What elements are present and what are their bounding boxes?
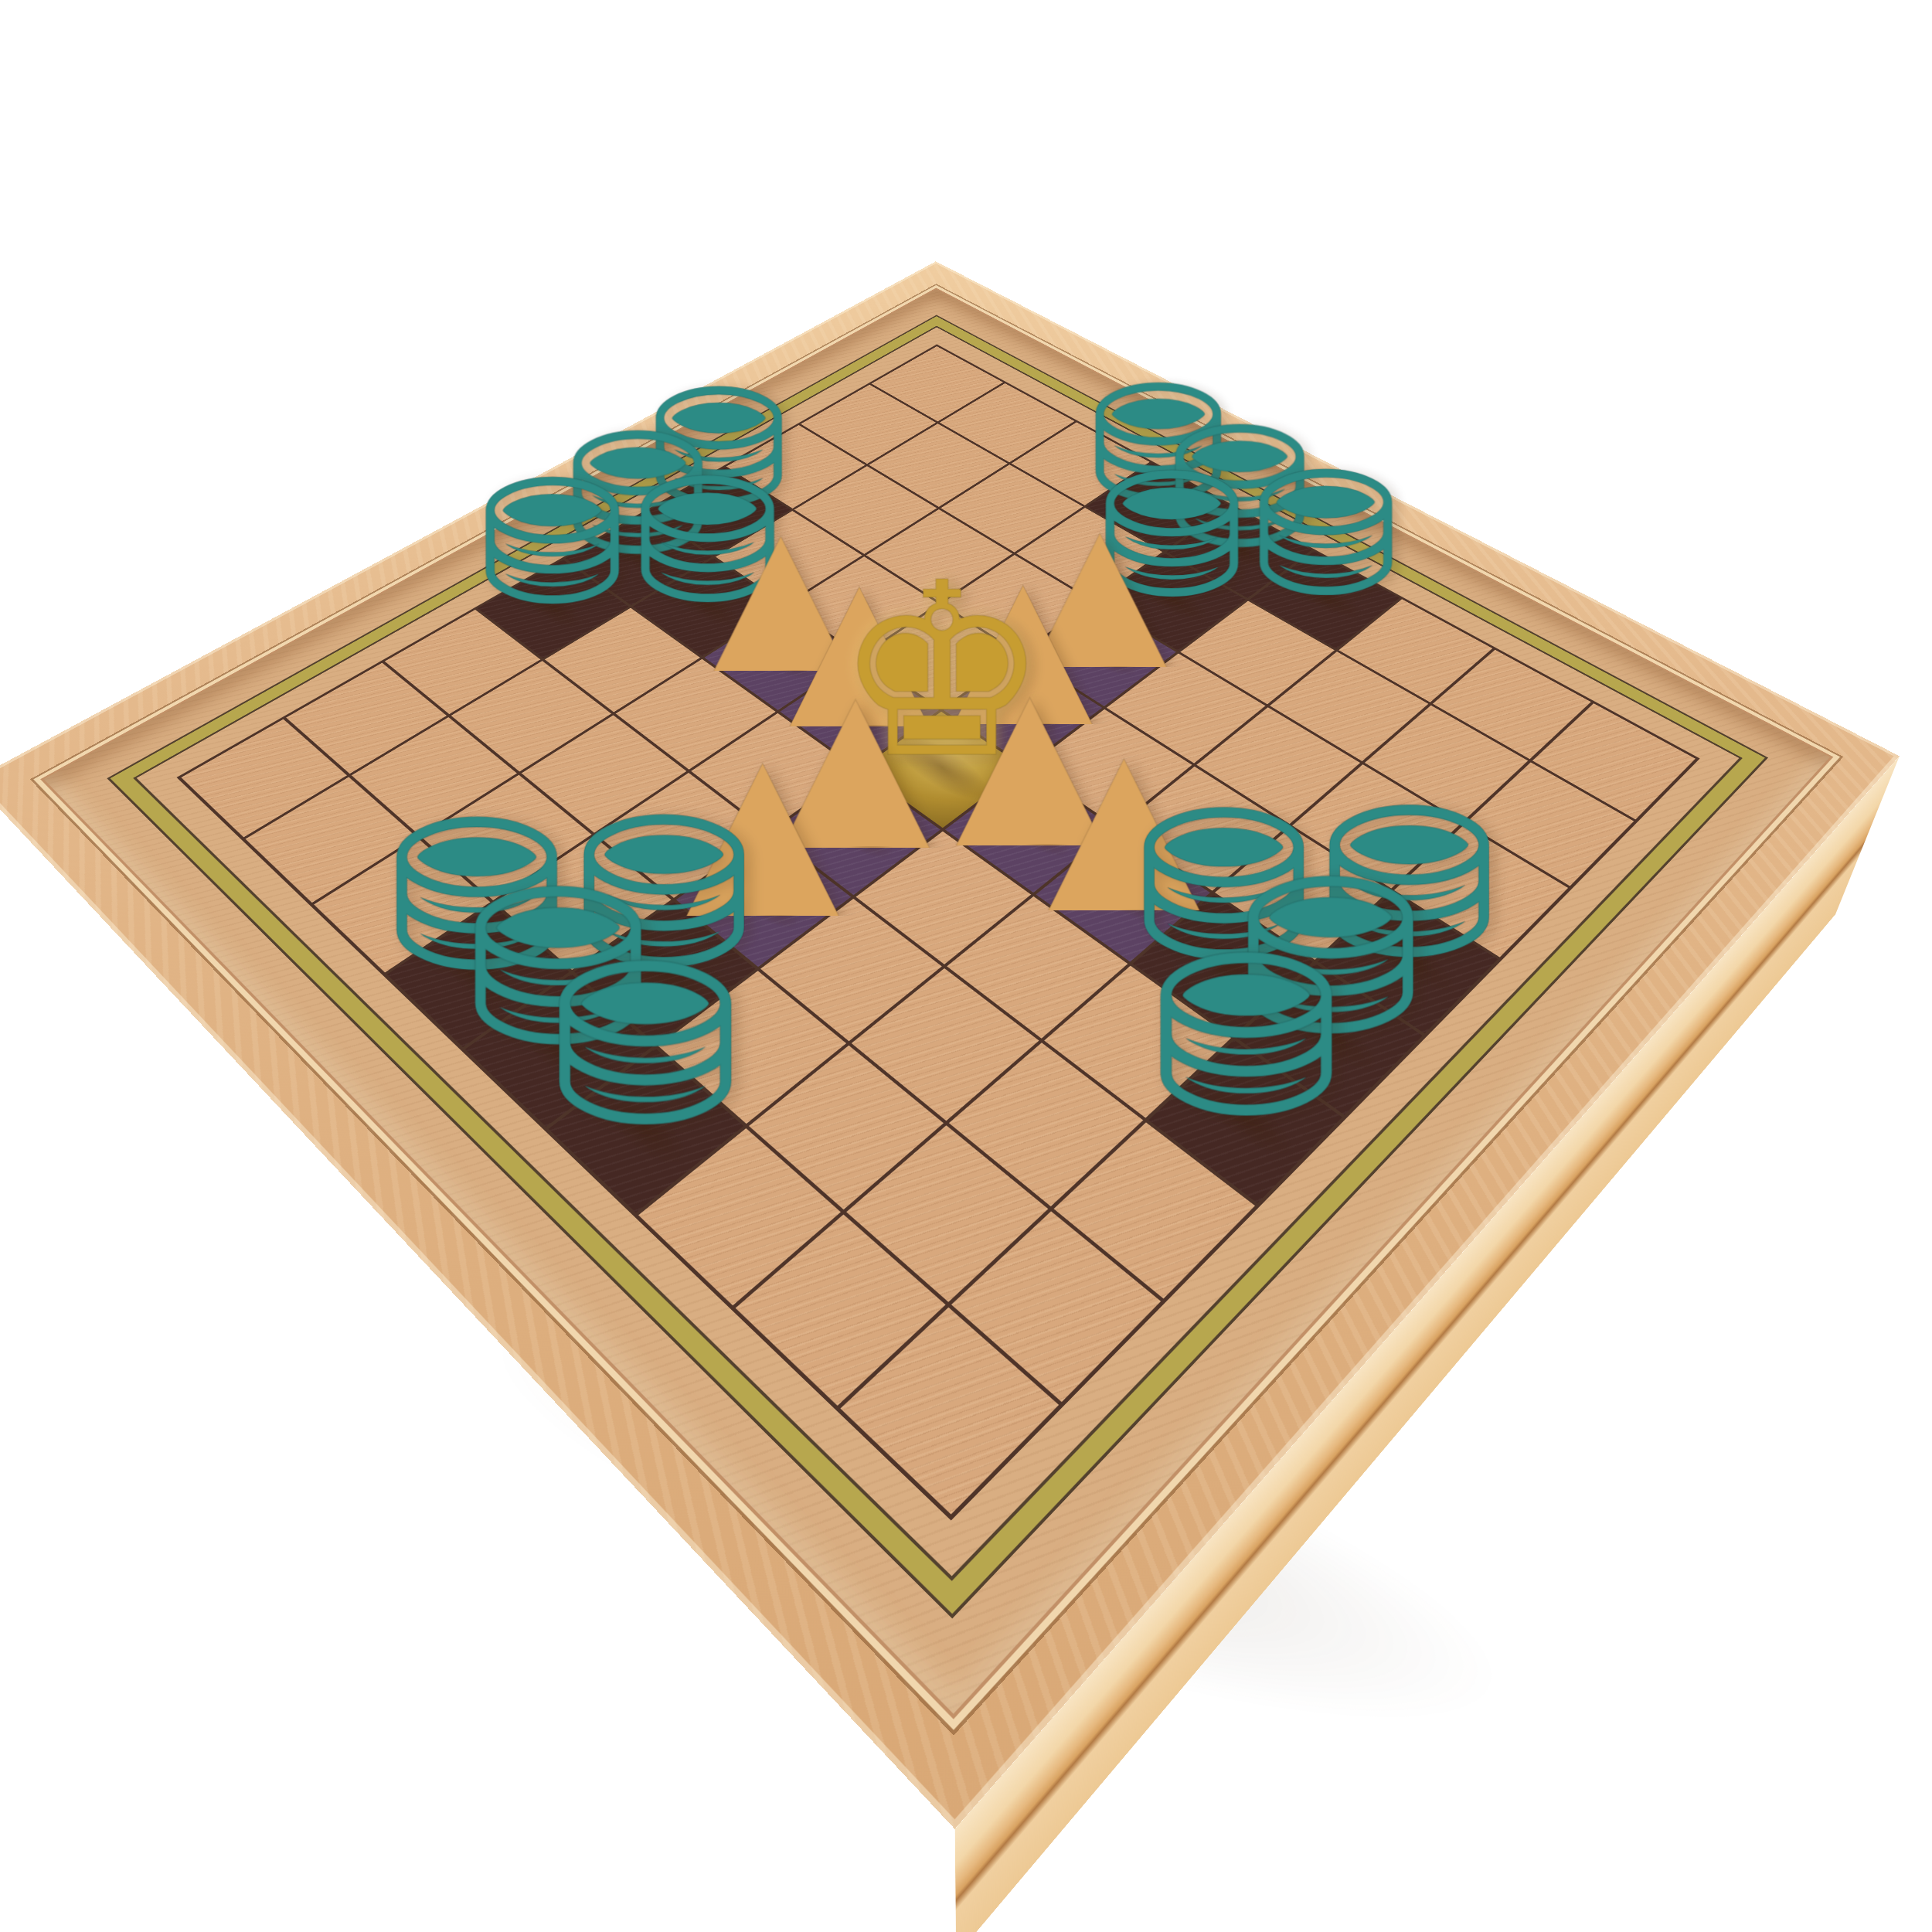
attacker-glyph: ⛃: [1253, 447, 1400, 623]
game-box: ⛃⛃⛃⛃⛃⛃⛃⛃▲▲▲▲♚▲▲▲▲⛃⛃⛃⛃⛃⛃⛃⛃: [9, 336, 1866, 1896]
attacker-glyph: ⛃: [1151, 925, 1341, 1152]
attacker-glyph: ⛃: [549, 933, 740, 1161]
board-surface: ⛃⛃⛃⛃⛃⛃⛃⛃▲▲▲▲♚▲▲▲▲⛃⛃⛃⛃⛃⛃⛃⛃: [44, 289, 1830, 1713]
scene: ⛃⛃⛃⛃⛃⛃⛃⛃▲▲▲▲♚▲▲▲▲⛃⛃⛃⛃⛃⛃⛃⛃: [0, 0, 1932, 1932]
box-top-face: ⛃⛃⛃⛃⛃⛃⛃⛃▲▲▲▲♚▲▲▲▲⛃⛃⛃⛃⛃⛃⛃⛃: [0, 261, 1900, 1828]
attacker-glyph: ⛃: [478, 455, 626, 631]
